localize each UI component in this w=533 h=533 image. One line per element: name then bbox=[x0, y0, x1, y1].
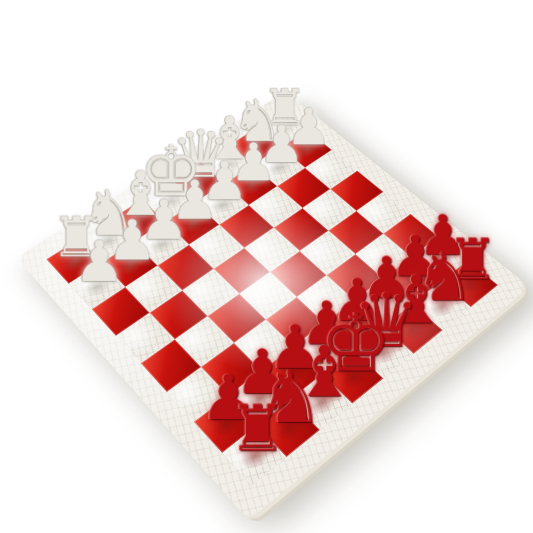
chess-board: ♜♞♝♚♛♝♞♜♟♟♟♟♟♟♟♟♟♟♟♟♟♟♟♟♜♞♝♚♛♝♞♜ bbox=[16, 92, 530, 520]
square-b7: ♟ bbox=[383, 257, 440, 303]
square-b8: ♞ bbox=[412, 282, 470, 330]
photo-canvas: ♜♞♝♚♛♝♞♜♟♟♟♟♟♟♟♟♟♟♟♟♟♟♟♟♜♞♝♚♛♝♞♜ bbox=[0, 0, 533, 533]
piece-reflection-shadow bbox=[447, 266, 493, 303]
square-a8: ♜ bbox=[441, 260, 498, 307]
clear-rook: ♜ bbox=[245, 59, 324, 130]
board-squares: ♜♞♝♚♛♝♞♜♟♟♟♟♟♟♟♟♟♟♟♟♟♟♟♟♜♞♝♚♛♝♞♜ bbox=[46, 111, 497, 485]
board-scene: ♜♞♝♚♛♝♞♜♟♟♟♟♟♟♟♟♟♟♟♟♟♟♟♟♜♞♝♚♛♝♞♜ bbox=[0, 0, 533, 533]
